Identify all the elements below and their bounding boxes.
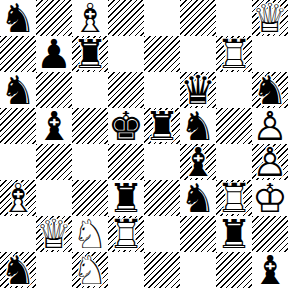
piece-glyph: ♞ [0,70,36,110]
piece-white-rook[interactable]: ♜♖ [216,36,252,72]
square-c4[interactable] [72,144,108,180]
piece-glyph: ♝ [252,250,288,288]
piece-white-queen[interactable]: ♛♕ [252,0,288,36]
square-h3[interactable]: ♚♔ [252,180,288,216]
square-e8[interactable] [144,0,180,36]
piece-white-knight[interactable]: ♞♘ [72,252,108,288]
square-g1[interactable] [216,252,252,288]
square-a5[interactable] [0,108,36,144]
piece-black-rook[interactable]: ♜♜ [216,216,252,252]
square-g7[interactable]: ♜♖ [216,36,252,72]
square-d8[interactable] [108,0,144,36]
piece-glyph: ♜ [144,106,180,146]
square-f1[interactable] [180,252,216,288]
square-h8[interactable]: ♛♕ [252,0,288,36]
square-a6[interactable]: ♞♞ [0,72,36,108]
square-b7[interactable]: ♟♟ [36,36,72,72]
piece-black-knight[interactable]: ♞♞ [0,252,36,288]
square-e7[interactable] [144,36,180,72]
piece-glyph: ♟ [36,34,72,74]
piece-glyph: ♖ [108,214,144,254]
square-f8[interactable] [180,0,216,36]
square-d2[interactable]: ♜♖ [108,216,144,252]
square-c5[interactable] [72,108,108,144]
piece-glyph: ♖ [216,34,252,74]
piece-glyph: ♞ [0,0,36,38]
square-a8[interactable]: ♞♞ [0,0,36,36]
piece-black-rook[interactable]: ♜♜ [144,108,180,144]
square-f3[interactable]: ♞♞ [180,180,216,216]
square-a1[interactable]: ♞♞ [0,252,36,288]
piece-glyph: ♕ [252,0,288,38]
piece-black-knight[interactable]: ♞♞ [0,72,36,108]
square-d5[interactable]: ♚♚ [108,108,144,144]
square-g6[interactable] [216,72,252,108]
piece-black-bishop[interactable]: ♝♝ [36,108,72,144]
square-g5[interactable] [216,108,252,144]
square-e3[interactable] [144,180,180,216]
piece-glyph: ♔ [252,178,288,218]
square-a3[interactable]: ♝♗ [0,180,36,216]
piece-glyph: ♜ [216,214,252,254]
piece-black-knight[interactable]: ♞♞ [0,0,36,36]
chessboard: ♞♞♝♗♛♕♟♟♜♜♜♖♞♞♛♛♞♞♝♝♚♚♜♜♞♞♟♙♝♝♟♙♝♗♜♜♞♞♜♖… [0,0,288,288]
square-g2[interactable]: ♜♜ [216,216,252,252]
piece-white-rook[interactable]: ♜♖ [108,216,144,252]
piece-white-king[interactable]: ♚♔ [252,180,288,216]
square-e2[interactable] [144,216,180,252]
piece-glyph: ♘ [72,250,108,288]
piece-glyph: ♜ [72,34,108,74]
square-e5[interactable]: ♜♜ [144,108,180,144]
square-b5[interactable]: ♝♝ [36,108,72,144]
piece-black-pawn[interactable]: ♟♟ [36,36,72,72]
piece-glyph: ♗ [0,178,36,218]
square-b4[interactable] [36,144,72,180]
piece-glyph: ♕ [36,214,72,254]
piece-glyph: ♝ [36,106,72,146]
square-h1[interactable]: ♝♝ [252,252,288,288]
square-f2[interactable] [180,216,216,252]
square-c7[interactable]: ♜♜ [72,36,108,72]
square-d1[interactable] [108,252,144,288]
piece-glyph: ♞ [180,178,216,218]
piece-white-queen[interactable]: ♛♕ [36,216,72,252]
square-c1[interactable]: ♞♘ [72,252,108,288]
piece-black-rook[interactable]: ♜♜ [72,36,108,72]
square-d7[interactable] [108,36,144,72]
square-b2[interactable]: ♛♕ [36,216,72,252]
square-c6[interactable] [72,72,108,108]
piece-glyph: ♞ [0,250,36,288]
piece-black-bishop[interactable]: ♝♝ [252,252,288,288]
piece-black-knight[interactable]: ♞♞ [180,180,216,216]
square-b1[interactable] [36,252,72,288]
square-e4[interactable] [144,144,180,180]
piece-white-bishop[interactable]: ♝♗ [0,180,36,216]
square-e1[interactable] [144,252,180,288]
piece-glyph: ♚ [108,106,144,146]
piece-black-king[interactable]: ♚♚ [108,108,144,144]
